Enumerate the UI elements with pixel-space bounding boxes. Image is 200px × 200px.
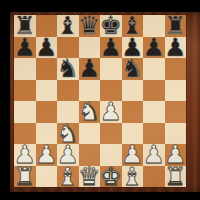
square-g7[interactable]: ♟ bbox=[143, 37, 165, 59]
square-b2[interactable]: ♟ bbox=[36, 144, 58, 166]
square-e7[interactable]: ♟ bbox=[100, 37, 122, 59]
white-pawn-e4[interactable]: ♟ bbox=[100, 99, 122, 124]
white-pawn-b2[interactable]: ♟ bbox=[35, 142, 57, 167]
black-pawn-g7[interactable]: ♟ bbox=[143, 34, 165, 59]
square-f6[interactable]: ♞ bbox=[122, 58, 144, 80]
white-bishop-c1[interactable]: ♝ bbox=[57, 163, 79, 188]
square-e1[interactable]: ♚ bbox=[100, 166, 122, 188]
white-rook-a1[interactable]: ♜ bbox=[14, 163, 36, 188]
square-a4[interactable] bbox=[14, 101, 36, 123]
square-d1[interactable]: ♛ bbox=[79, 166, 101, 188]
square-g2[interactable]: ♟ bbox=[143, 144, 165, 166]
black-queen-d8[interactable]: ♛ bbox=[78, 13, 100, 38]
black-pawn-a7[interactable]: ♟ bbox=[14, 34, 36, 59]
white-knight-d4[interactable]: ♞ bbox=[78, 99, 100, 124]
square-d4[interactable]: ♞ bbox=[79, 101, 101, 123]
square-b4[interactable] bbox=[36, 101, 58, 123]
black-pawn-e7[interactable]: ♟ bbox=[100, 34, 122, 59]
square-b7[interactable]: ♟ bbox=[36, 37, 58, 59]
black-pawn-h7[interactable]: ♟ bbox=[164, 34, 186, 59]
white-rook-h1[interactable]: ♜ bbox=[164, 163, 186, 188]
black-pawn-d6[interactable]: ♟ bbox=[78, 56, 100, 81]
white-bishop-f1[interactable]: ♝ bbox=[121, 163, 143, 188]
black-pawn-b7[interactable]: ♟ bbox=[35, 34, 57, 59]
square-h1[interactable]: ♜ bbox=[165, 166, 187, 188]
wooden-board-frame: ♜♝♛♚♝♜♟♟♟♟♟♟♞♟♞♞♟♞♟♟♟♟♟♟♜♝♛♚♝♜ bbox=[10, 12, 200, 192]
white-queen-d1[interactable]: ♛ bbox=[78, 163, 100, 188]
square-h5[interactable] bbox=[165, 80, 187, 102]
square-h4[interactable] bbox=[165, 101, 187, 123]
square-g4[interactable] bbox=[143, 101, 165, 123]
square-d8[interactable]: ♛ bbox=[79, 15, 101, 37]
black-knight-f6[interactable]: ♞ bbox=[121, 56, 143, 81]
white-king-e1[interactable]: ♚ bbox=[100, 163, 122, 188]
white-pawn-g2[interactable]: ♟ bbox=[143, 142, 165, 167]
black-knight-c6[interactable]: ♞ bbox=[57, 56, 79, 81]
square-d6[interactable]: ♟ bbox=[79, 58, 101, 80]
square-f1[interactable]: ♝ bbox=[122, 166, 144, 188]
black-bishop-c8[interactable]: ♝ bbox=[57, 13, 79, 38]
square-b5[interactable] bbox=[36, 80, 58, 102]
letterbox-background: { "game": "chess", "position": { "fen": … bbox=[0, 0, 200, 200]
square-c1[interactable]: ♝ bbox=[57, 166, 79, 188]
square-c6[interactable]: ♞ bbox=[57, 58, 79, 80]
square-c8[interactable]: ♝ bbox=[57, 15, 79, 37]
video-frame: ♜♝♛♚♝♜♟♟♟♟♟♟♞♟♞♞♟♞♟♟♟♟♟♟♜♝♛♚♝♜ bbox=[0, 0, 200, 200]
square-g5[interactable] bbox=[143, 80, 165, 102]
square-a5[interactable] bbox=[14, 80, 36, 102]
square-a7[interactable]: ♟ bbox=[14, 37, 36, 59]
square-h7[interactable]: ♟ bbox=[165, 37, 187, 59]
square-a1[interactable]: ♜ bbox=[14, 166, 36, 188]
square-e4[interactable]: ♟ bbox=[100, 101, 122, 123]
square-f4[interactable] bbox=[122, 101, 144, 123]
chess-board: ♜♝♛♚♝♜♟♟♟♟♟♟♞♟♞♞♟♞♟♟♟♟♟♟♜♝♛♚♝♜ bbox=[14, 15, 186, 187]
